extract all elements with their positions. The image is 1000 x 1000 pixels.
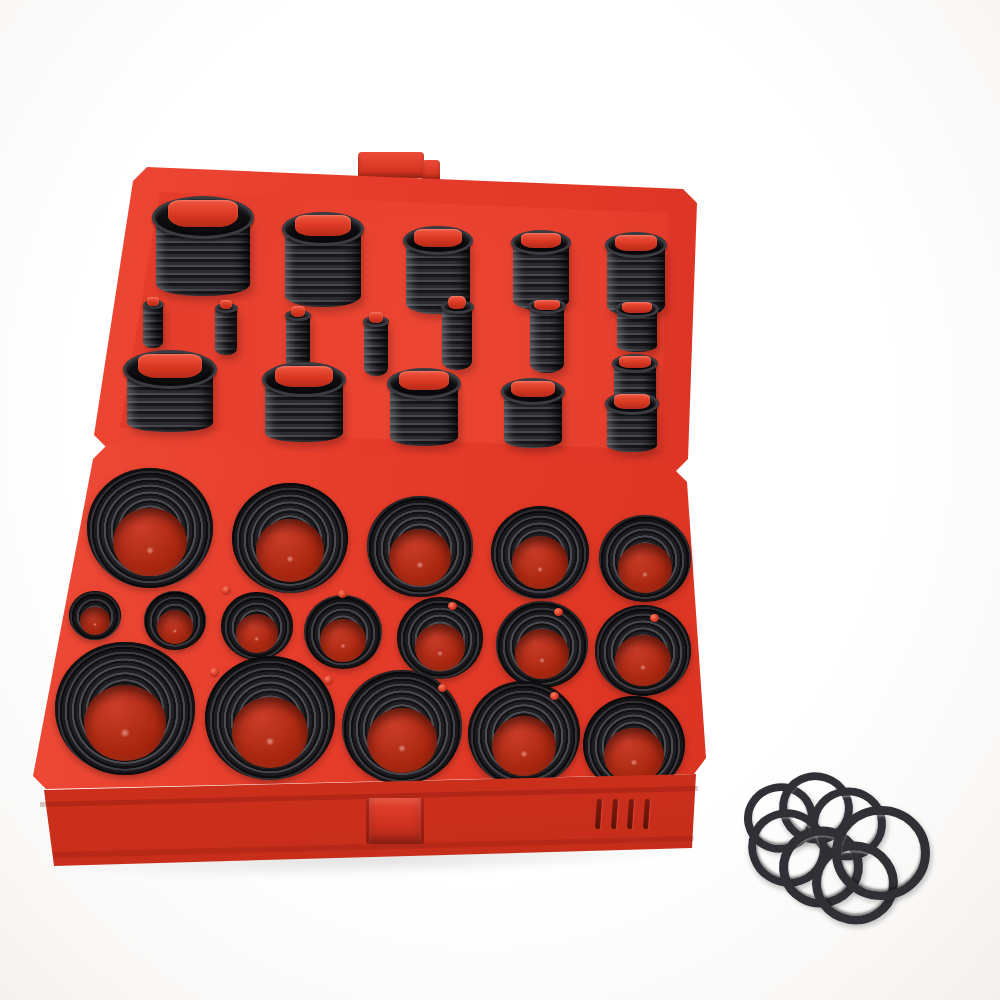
oring-well <box>496 601 588 688</box>
oring-well <box>468 681 580 787</box>
oring-stack <box>363 316 389 376</box>
well-red-floor <box>320 619 365 661</box>
red-retainer-clip <box>534 300 560 310</box>
red-retainer-clip <box>399 371 449 390</box>
oring-stack-rings <box>364 321 388 376</box>
oring-well <box>144 591 206 650</box>
well-red-floor <box>512 536 569 589</box>
well-red-floor <box>80 607 110 635</box>
red-retainer-clip <box>521 233 562 249</box>
oring-well <box>397 597 483 679</box>
tray-alignment-pin <box>550 692 559 700</box>
well-red-floor <box>389 529 450 587</box>
oring-stack <box>528 298 566 373</box>
oring-stack-rings <box>530 306 565 373</box>
red-retainer-clip <box>138 354 202 378</box>
lid-latch-tab <box>358 152 424 178</box>
well-red-floor <box>232 697 307 768</box>
oring-stack <box>605 392 659 452</box>
oring-well <box>491 506 589 599</box>
oring-stack <box>387 368 461 446</box>
red-retainer-clip <box>147 297 159 306</box>
oring-well <box>87 468 213 588</box>
well-red-floor <box>256 519 323 582</box>
tray-alignment-pin <box>222 586 231 594</box>
oring-stack <box>262 362 346 442</box>
tray-alignment-pin <box>210 668 219 676</box>
loose-oring <box>832 806 930 900</box>
tray-alignment-pin <box>554 608 563 616</box>
well-red-floor <box>236 614 278 653</box>
oring-well <box>205 656 335 780</box>
oring-stack <box>441 300 474 370</box>
red-retainer-clip <box>168 200 237 227</box>
well-red-floor <box>615 635 671 687</box>
oring-stack <box>615 300 659 352</box>
oring-stack <box>501 378 565 448</box>
oring-stack <box>215 303 238 355</box>
red-retainer-clip <box>615 235 657 251</box>
tray-alignment-pin <box>338 590 347 598</box>
tray-alignment-pin <box>438 684 447 692</box>
oring-stack <box>143 300 164 348</box>
scene-oring-kit-photo <box>0 0 1000 1000</box>
oring-well <box>304 595 382 669</box>
well-red-floor <box>113 508 186 576</box>
well-red-floor <box>157 610 193 644</box>
oring-well <box>69 591 121 640</box>
well-red-floor <box>492 716 557 776</box>
oring-well <box>595 605 691 696</box>
red-retainer-clip <box>369 312 384 322</box>
oring-stack-rings <box>143 304 162 348</box>
well-red-floor <box>618 543 671 593</box>
red-retainer-clip <box>622 302 652 313</box>
red-retainer-clip <box>619 356 650 368</box>
oring-well <box>221 592 293 660</box>
red-retainer-clip <box>414 229 462 247</box>
red-retainer-clip <box>220 300 233 310</box>
red-retainer-clip <box>275 366 332 388</box>
oring-stack-rings <box>215 308 236 355</box>
well-red-floor <box>415 624 465 671</box>
tray-front-latch <box>366 798 424 844</box>
well-red-floor <box>367 708 437 773</box>
oring-stack <box>152 196 254 296</box>
oring-stack-rings <box>442 307 472 370</box>
red-retainer-clip <box>295 215 351 236</box>
oring-well <box>367 496 473 597</box>
well-red-floor <box>84 685 165 761</box>
tray-alignment-pin <box>650 614 659 622</box>
well-red-floor <box>515 629 568 679</box>
oring-stack-rings <box>286 315 310 368</box>
tray-alignment-pin <box>324 676 333 684</box>
red-retainer-clip <box>448 296 466 309</box>
red-retainer-clip <box>511 381 555 398</box>
red-retainer-clip <box>291 306 306 316</box>
oring-stack <box>282 212 364 307</box>
red-retainer-clip <box>614 394 651 408</box>
well-red-floor <box>604 728 663 783</box>
oring-well <box>232 483 348 593</box>
oring-well <box>55 642 195 775</box>
lid-latch-tab-step <box>422 160 440 180</box>
oring-stack <box>285 310 311 368</box>
oring-well <box>599 515 691 602</box>
tray-alignment-pin <box>448 602 457 610</box>
oring-stack <box>123 350 217 432</box>
